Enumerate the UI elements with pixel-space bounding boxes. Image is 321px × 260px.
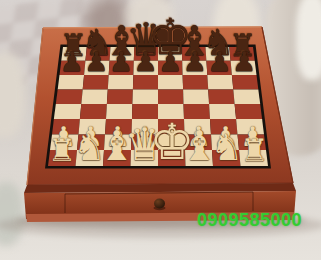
square-d8 [134, 47, 158, 61]
square-c2 [104, 135, 132, 151]
square-e4 [158, 104, 184, 119]
square-b2 [77, 135, 105, 151]
square-f3 [184, 119, 211, 134]
square-h2 [238, 135, 267, 151]
square-a7 [60, 61, 86, 75]
square-f4 [184, 104, 211, 119]
square-c4 [106, 104, 132, 119]
square-b5 [81, 89, 108, 104]
square-c7 [109, 61, 134, 75]
square-g7 [206, 61, 232, 75]
square-g1 [212, 150, 241, 166]
drawer-knob [154, 199, 165, 209]
square-a4 [54, 104, 81, 119]
square-e6 [158, 75, 183, 89]
square-g8 [206, 47, 231, 61]
square-c5 [107, 89, 133, 104]
square-a3 [52, 119, 80, 134]
square-e3 [158, 119, 185, 134]
square-h6 [232, 75, 258, 89]
square-g4 [209, 104, 236, 119]
square-g3 [210, 119, 238, 134]
square-g6 [207, 75, 233, 89]
square-a2 [50, 135, 79, 151]
square-e1 [158, 150, 186, 166]
square-h5 [233, 89, 260, 104]
square-d1 [131, 150, 159, 166]
square-a5 [56, 89, 83, 104]
square-e8 [158, 47, 182, 61]
square-f6 [183, 75, 209, 89]
square-d6 [133, 75, 158, 89]
square-f5 [183, 89, 209, 104]
frame-top-highlight [43, 27, 262, 28]
square-f8 [182, 47, 207, 61]
square-f2 [185, 135, 213, 151]
square-h4 [235, 104, 263, 119]
square-h7 [231, 61, 257, 75]
square-d7 [133, 61, 158, 75]
square-b7 [84, 61, 110, 75]
square-b3 [79, 119, 107, 134]
square-c3 [105, 119, 132, 134]
square-a6 [58, 75, 84, 89]
square-d5 [132, 89, 158, 104]
square-h8 [229, 47, 254, 61]
square-b1 [76, 150, 105, 166]
square-d2 [131, 135, 158, 151]
square-c6 [108, 75, 134, 89]
square-h3 [236, 119, 264, 134]
square-b6 [83, 75, 109, 89]
square-g2 [211, 135, 239, 151]
square-b4 [80, 104, 107, 119]
square-f1 [185, 150, 213, 166]
square-d3 [132, 119, 159, 134]
square-a1 [48, 150, 77, 166]
photo-scene: ♜♞♝♛♚♝♞♜♟♟♟♟♟♟♟♟♟♟♟♟♟♟♟♟♜♞♝♛♚♝♞♜ 0909585… [0, 0, 321, 260]
square-h1 [239, 150, 268, 166]
square-e2 [158, 135, 185, 151]
square-e5 [158, 89, 184, 104]
square-d4 [132, 104, 158, 119]
phone-number: 0909585000 [197, 210, 302, 231]
square-f7 [182, 61, 207, 75]
square-g5 [208, 89, 234, 104]
square-a8 [61, 47, 87, 61]
square-b8 [85, 47, 110, 61]
square-c1 [103, 150, 131, 166]
square-e7 [158, 61, 183, 75]
square-c8 [110, 47, 135, 61]
